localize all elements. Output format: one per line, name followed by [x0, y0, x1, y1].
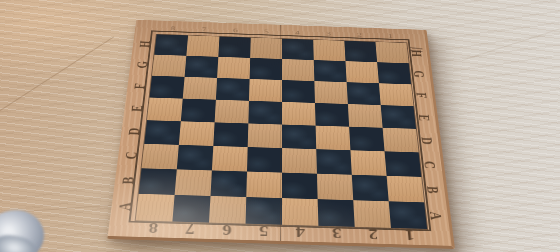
rank-label-5: 5: [251, 24, 282, 39]
square-d4: [282, 125, 316, 150]
file-label-b: B: [414, 180, 451, 199]
rank-label-6: 6: [208, 220, 246, 240]
chessboard-frame: HGFEDCBA HGFEDCBA 87654321 87654321: [107, 20, 455, 249]
square-g7: [185, 56, 219, 78]
rank-label-8: 8: [134, 217, 173, 237]
rank-label-5: 5: [245, 221, 282, 241]
square-b6: [210, 170, 247, 197]
file-label-f: F: [122, 78, 157, 94]
square-h3: [313, 40, 345, 61]
rank-label-4: 4: [282, 222, 319, 242]
square-h2: [344, 41, 377, 62]
rank-label-3: 3: [313, 26, 345, 41]
square-c2: [350, 150, 386, 176]
file-label-d: D: [115, 123, 151, 141]
square-c4: [282, 148, 317, 174]
rank-label-8: 8: [157, 21, 190, 36]
square-g2: [345, 61, 378, 83]
file-label-b: B: [109, 171, 147, 190]
square-b7: [175, 169, 212, 196]
file-label-d: D: [409, 132, 445, 150]
square-c3: [316, 149, 352, 175]
square-g5: [250, 58, 282, 80]
square-e7: [181, 99, 216, 123]
rank-label-1: 1: [374, 28, 406, 43]
rank-label-6: 6: [219, 23, 251, 38]
square-c6: [212, 146, 248, 172]
square-h5: [250, 38, 282, 59]
chessboard: HGFEDCBA HGFEDCBA 87654321 87654321: [107, 20, 455, 249]
square-f2: [347, 82, 381, 105]
square-b3: [317, 174, 353, 201]
floor-plank-seam: [0, 36, 114, 119]
square-b4: [282, 173, 318, 200]
file-label-a: A: [105, 197, 144, 217]
rank-label-2: 2: [344, 27, 376, 42]
square-e2: [348, 104, 383, 128]
file-label-c: C: [112, 146, 149, 164]
rank-label-7: 7: [188, 22, 220, 37]
square-b2: [352, 175, 389, 202]
square-d7: [179, 121, 215, 146]
square-g3: [314, 60, 347, 82]
file-label-g: G: [402, 66, 436, 82]
square-f7: [183, 77, 217, 100]
rank-label-2: 2: [355, 224, 393, 244]
photo-scene: HGFEDCBA HGFEDCBA 87654321 87654321: [0, 0, 560, 252]
file-label-e: E: [406, 109, 441, 126]
square-e3: [315, 103, 349, 127]
file-label-c: C: [411, 156, 447, 174]
square-b5: [246, 172, 282, 199]
square-f3: [314, 81, 348, 104]
rank-label-3: 3: [318, 223, 355, 243]
square-d6: [213, 122, 248, 147]
file-label-a: A: [416, 206, 454, 226]
floor-plank-seam: [462, 20, 560, 61]
square-d3: [316, 126, 351, 151]
square-f5: [249, 79, 282, 102]
square-h7: [186, 35, 219, 56]
square-h4: [282, 39, 314, 60]
square-f4: [282, 80, 315, 103]
playing-area: [136, 34, 427, 229]
square-h6: [218, 37, 250, 58]
file-label-h: H: [127, 36, 161, 51]
square-e6: [215, 100, 249, 124]
square-e4: [282, 102, 316, 126]
file-label-g: G: [125, 57, 159, 73]
rank-label-4: 4: [282, 25, 313, 40]
square-d2: [349, 127, 384, 152]
square-c5: [247, 147, 282, 173]
file-label-e: E: [119, 100, 155, 117]
square-d5: [248, 123, 282, 148]
square-f6: [216, 78, 250, 101]
square-g6: [217, 57, 250, 79]
file-label-f: F: [404, 87, 438, 103]
rank-label-7: 7: [171, 219, 209, 239]
square-e5: [248, 101, 282, 125]
square-g4: [282, 59, 314, 81]
square-c7: [177, 145, 214, 171]
rank-label-1: 1: [391, 225, 429, 245]
